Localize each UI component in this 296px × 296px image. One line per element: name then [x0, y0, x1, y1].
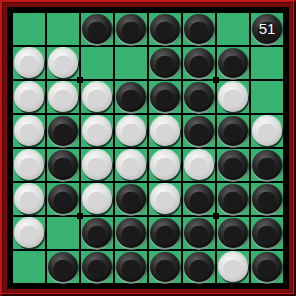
cell-b7[interactable] — [47, 217, 79, 249]
cell-h6: ● — [251, 183, 283, 215]
white-disc: ● — [218, 82, 248, 112]
star-point — [77, 77, 83, 83]
cell-c5: ● — [81, 149, 113, 181]
cell-a8[interactable] — [13, 251, 45, 283]
cell-c4: ● — [81, 115, 113, 147]
black-disc: ● — [82, 252, 112, 282]
cell-e5: ● — [149, 149, 181, 181]
white-disc: ● — [14, 218, 44, 248]
cell-b5: ● — [47, 149, 79, 181]
black-disc: ● — [218, 150, 248, 180]
cell-e1: ● — [149, 13, 181, 45]
move-number-label: 51 — [252, 14, 282, 44]
board-inner-border: ●●●●●51●●●●●●●●●●●●●●●●●●●●●●●●●●●●●●●●●… — [7, 7, 289, 289]
cell-b1[interactable] — [47, 13, 79, 45]
white-disc: ● — [48, 82, 78, 112]
black-disc: ● — [184, 184, 214, 214]
cell-h4: ● — [251, 115, 283, 147]
cell-b6: ● — [47, 183, 79, 215]
cell-b4: ● — [47, 115, 79, 147]
white-disc: ● — [218, 252, 248, 282]
cell-e7: ● — [149, 217, 181, 249]
black-disc: ● — [184, 14, 214, 44]
cell-g6: ● — [217, 183, 249, 215]
cell-a7: ● — [13, 217, 45, 249]
cell-c6: ● — [81, 183, 113, 215]
black-disc: ● — [150, 48, 180, 78]
cell-d7: ● — [115, 217, 147, 249]
cell-g3: ● — [217, 81, 249, 113]
last-move-disc: ●51 — [252, 14, 282, 44]
cell-a3: ● — [13, 81, 45, 113]
cell-d1: ● — [115, 13, 147, 45]
white-disc: ● — [150, 116, 180, 146]
cell-b2: ● — [47, 47, 79, 79]
cell-g2: ● — [217, 47, 249, 79]
board-frame: ●●●●●51●●●●●●●●●●●●●●●●●●●●●●●●●●●●●●●●●… — [0, 0, 296, 296]
black-disc: ● — [150, 218, 180, 248]
cell-h2[interactable] — [251, 47, 283, 79]
cell-f5: ● — [183, 149, 215, 181]
white-disc: ● — [116, 116, 146, 146]
black-disc: ● — [252, 184, 282, 214]
black-disc: ● — [82, 218, 112, 248]
cell-d2[interactable] — [115, 47, 147, 79]
cell-e8: ● — [149, 251, 181, 283]
cell-c8: ● — [81, 251, 113, 283]
cell-a5: ● — [13, 149, 45, 181]
black-disc: ● — [48, 150, 78, 180]
white-disc: ● — [82, 150, 112, 180]
cell-h8: ● — [251, 251, 283, 283]
cell-g5: ● — [217, 149, 249, 181]
cell-d5: ● — [115, 149, 147, 181]
black-disc: ● — [184, 82, 214, 112]
cell-h3[interactable] — [251, 81, 283, 113]
black-disc: ● — [150, 82, 180, 112]
black-disc: ● — [82, 14, 112, 44]
cell-g4: ● — [217, 115, 249, 147]
white-disc: ● — [252, 116, 282, 146]
cell-e4: ● — [149, 115, 181, 147]
black-disc: ● — [116, 252, 146, 282]
white-disc: ● — [184, 150, 214, 180]
cell-c7: ● — [81, 217, 113, 249]
black-disc: ● — [116, 184, 146, 214]
cell-f8: ● — [183, 251, 215, 283]
black-disc: ● — [184, 218, 214, 248]
cell-e6: ● — [149, 183, 181, 215]
cell-e3: ● — [149, 81, 181, 113]
black-disc: ● — [116, 14, 146, 44]
black-disc: ● — [184, 116, 214, 146]
white-disc: ● — [14, 150, 44, 180]
black-disc: ● — [252, 150, 282, 180]
black-disc: ● — [184, 252, 214, 282]
cell-d4: ● — [115, 115, 147, 147]
cell-h5: ● — [251, 149, 283, 181]
cell-a4: ● — [13, 115, 45, 147]
black-disc: ● — [252, 218, 282, 248]
white-disc: ● — [150, 184, 180, 214]
white-disc: ● — [14, 116, 44, 146]
cell-c1: ● — [81, 13, 113, 45]
white-disc: ● — [116, 150, 146, 180]
white-disc: ● — [82, 82, 112, 112]
white-disc: ● — [82, 184, 112, 214]
othello-board: ●●●●●51●●●●●●●●●●●●●●●●●●●●●●●●●●●●●●●●●… — [13, 13, 283, 283]
cell-b8: ● — [47, 251, 79, 283]
cell-a6: ● — [13, 183, 45, 215]
white-disc: ● — [82, 116, 112, 146]
cell-c3: ● — [81, 81, 113, 113]
cell-d6: ● — [115, 183, 147, 215]
black-disc: ● — [150, 14, 180, 44]
cell-b3: ● — [47, 81, 79, 113]
cell-a2: ● — [13, 47, 45, 79]
black-disc: ● — [48, 252, 78, 282]
cell-h7: ● — [251, 217, 283, 249]
cell-h1: ●51 — [251, 13, 283, 45]
star-point — [77, 213, 83, 219]
cell-e2: ● — [149, 47, 181, 79]
cell-d8: ● — [115, 251, 147, 283]
cell-d3: ● — [115, 81, 147, 113]
white-disc: ● — [14, 48, 44, 78]
black-disc: ● — [48, 116, 78, 146]
cell-g7: ● — [217, 217, 249, 249]
black-disc: ● — [218, 116, 248, 146]
black-disc: ● — [48, 184, 78, 214]
cell-f2: ● — [183, 47, 215, 79]
cell-f4: ● — [183, 115, 215, 147]
cell-g8: ● — [217, 251, 249, 283]
cell-g1[interactable] — [217, 13, 249, 45]
cell-f6: ● — [183, 183, 215, 215]
star-point — [213, 213, 219, 219]
cell-a1[interactable] — [13, 13, 45, 45]
white-disc: ● — [150, 150, 180, 180]
black-disc: ● — [218, 48, 248, 78]
cell-f1: ● — [183, 13, 215, 45]
star-point — [213, 77, 219, 83]
black-disc: ● — [184, 48, 214, 78]
black-disc: ● — [150, 252, 180, 282]
black-disc: ● — [116, 218, 146, 248]
cell-f3: ● — [183, 81, 215, 113]
cell-c2[interactable] — [81, 47, 113, 79]
black-disc: ● — [116, 82, 146, 112]
black-disc: ● — [218, 218, 248, 248]
black-disc: ● — [218, 184, 248, 214]
white-disc: ● — [48, 48, 78, 78]
white-disc: ● — [14, 82, 44, 112]
black-disc: ● — [252, 252, 282, 282]
white-disc: ● — [14, 184, 44, 214]
cell-f7: ● — [183, 217, 215, 249]
